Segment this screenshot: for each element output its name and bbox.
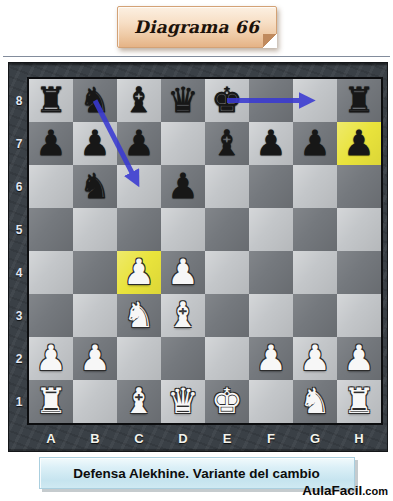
rank-label-4: 4 bbox=[9, 251, 29, 294]
rank-label-8: 8 bbox=[9, 79, 29, 122]
piece-black-pawn[interactable]: ♟ bbox=[299, 122, 330, 165]
square-e6[interactable] bbox=[205, 165, 249, 208]
piece-white-bishop[interactable]: ♝ bbox=[167, 294, 198, 337]
square-a4[interactable] bbox=[29, 251, 73, 294]
square-h3[interactable] bbox=[337, 294, 381, 337]
piece-white-queen[interactable]: ♛ bbox=[167, 380, 198, 423]
squares: ♜♞♝♛♚♜♟♟♟♝♟♟♟♞♟♟♟♞♝♟♟♟♟♟♜♝♛♚♞♜ bbox=[29, 79, 381, 423]
piece-black-king[interactable]: ♚ bbox=[211, 79, 242, 122]
square-g2[interactable]: ♟ bbox=[293, 337, 337, 380]
file-label-a: A bbox=[29, 425, 73, 451]
piece-black-pawn[interactable]: ♟ bbox=[35, 122, 66, 165]
square-b6[interactable]: ♞ bbox=[73, 165, 117, 208]
square-a3[interactable] bbox=[29, 294, 73, 337]
rank-label-3: 3 bbox=[9, 294, 29, 337]
square-c5[interactable] bbox=[117, 208, 161, 251]
square-c8[interactable]: ♝ bbox=[117, 79, 161, 122]
square-h6[interactable] bbox=[337, 165, 381, 208]
square-d8[interactable]: ♛ bbox=[161, 79, 205, 122]
piece-white-pawn[interactable]: ♟ bbox=[255, 337, 286, 380]
piece-black-pawn[interactable]: ♟ bbox=[255, 122, 286, 165]
rank-label-1: 1 bbox=[9, 380, 29, 423]
file-label-h: H bbox=[337, 425, 381, 451]
file-label-d: D bbox=[161, 425, 205, 451]
square-c1[interactable]: ♝ bbox=[117, 380, 161, 423]
square-h8[interactable]: ♜ bbox=[337, 79, 381, 122]
square-b4[interactable] bbox=[73, 251, 117, 294]
piece-black-queen[interactable]: ♛ bbox=[167, 79, 198, 122]
square-e7[interactable]: ♝ bbox=[205, 122, 249, 165]
rank-label-5: 5 bbox=[9, 208, 29, 251]
square-f7[interactable]: ♟ bbox=[249, 122, 293, 165]
piece-white-pawn[interactable]: ♟ bbox=[79, 337, 110, 380]
piece-white-king[interactable]: ♚ bbox=[211, 380, 242, 423]
piece-black-bishop[interactable]: ♝ bbox=[211, 122, 242, 165]
square-h7[interactable]: ♟ bbox=[337, 122, 381, 165]
square-d5[interactable] bbox=[161, 208, 205, 251]
piece-white-pawn[interactable]: ♟ bbox=[343, 337, 374, 380]
file-label-c: C bbox=[117, 425, 161, 451]
brand-suffix: .com bbox=[362, 485, 388, 497]
squares-border: ♜♞♝♛♚♜♟♟♟♝♟♟♟♞♟♟♟♞♝♟♟♟♟♟♜♝♛♚♞♜ bbox=[27, 77, 383, 425]
square-h1[interactable]: ♜ bbox=[337, 380, 381, 423]
square-g5[interactable] bbox=[293, 208, 337, 251]
square-d3[interactable]: ♝ bbox=[161, 294, 205, 337]
piece-white-bishop[interactable]: ♝ bbox=[123, 380, 154, 423]
square-a1[interactable]: ♜ bbox=[29, 380, 73, 423]
piece-white-pawn[interactable]: ♟ bbox=[35, 337, 66, 380]
site-brand: AulaFacil.com bbox=[302, 481, 388, 499]
square-d4[interactable]: ♟ bbox=[161, 251, 205, 294]
square-c2[interactable] bbox=[117, 337, 161, 380]
square-c3[interactable]: ♞ bbox=[117, 294, 161, 337]
square-a2[interactable]: ♟ bbox=[29, 337, 73, 380]
piece-white-pawn[interactable]: ♟ bbox=[167, 251, 198, 294]
square-c6[interactable] bbox=[117, 165, 161, 208]
square-a6[interactable] bbox=[29, 165, 73, 208]
square-e4[interactable] bbox=[205, 251, 249, 294]
divider-line bbox=[3, 56, 390, 57]
square-h2[interactable]: ♟ bbox=[337, 337, 381, 380]
square-b3[interactable] bbox=[73, 294, 117, 337]
square-e3[interactable] bbox=[205, 294, 249, 337]
square-g6[interactable] bbox=[293, 165, 337, 208]
piece-black-pawn[interactable]: ♟ bbox=[79, 122, 110, 165]
piece-white-rook[interactable]: ♜ bbox=[343, 380, 374, 423]
chess-board: 87654321 ♜♞♝♛♚♜♟♟♟♝♟♟♟♞♟♟♟♞♝♟♟♟♟♟♜♝♛♚♞♜ … bbox=[8, 62, 388, 452]
square-d7[interactable] bbox=[161, 122, 205, 165]
square-d1[interactable]: ♛ bbox=[161, 380, 205, 423]
rank-label-6: 6 bbox=[9, 165, 29, 208]
square-g3[interactable] bbox=[293, 294, 337, 337]
file-label-e: E bbox=[205, 425, 249, 451]
file-labels: ABCDEFGH bbox=[29, 425, 381, 451]
square-g1[interactable]: ♞ bbox=[293, 380, 337, 423]
square-f8[interactable] bbox=[249, 79, 293, 122]
piece-black-knight[interactable]: ♞ bbox=[79, 165, 110, 208]
caption-text: Defensa Alekhine. Variante del cambio bbox=[73, 466, 319, 481]
square-f6[interactable] bbox=[249, 165, 293, 208]
square-e8[interactable]: ♚ bbox=[205, 79, 249, 122]
diagram-title: Diagrama 66 bbox=[134, 17, 259, 37]
file-label-b: B bbox=[73, 425, 117, 451]
piece-white-pawn[interactable]: ♟ bbox=[299, 337, 330, 380]
square-e2[interactable] bbox=[205, 337, 249, 380]
file-label-g: G bbox=[293, 425, 337, 451]
square-b5[interactable] bbox=[73, 208, 117, 251]
square-g7[interactable]: ♟ bbox=[293, 122, 337, 165]
diagram-title-plaque: Diagrama 66 bbox=[117, 6, 277, 48]
square-g8[interactable] bbox=[293, 79, 337, 122]
file-label-f: F bbox=[249, 425, 293, 451]
piece-black-bishop[interactable]: ♝ bbox=[123, 79, 154, 122]
piece-black-pawn[interactable]: ♟ bbox=[167, 165, 198, 208]
brand-name: AulaFacil bbox=[302, 483, 362, 498]
square-d6[interactable]: ♟ bbox=[161, 165, 205, 208]
square-b1[interactable] bbox=[73, 380, 117, 423]
square-f2[interactable]: ♟ bbox=[249, 337, 293, 380]
square-b7[interactable]: ♟ bbox=[73, 122, 117, 165]
piece-black-knight[interactable]: ♞ bbox=[79, 79, 110, 122]
square-a7[interactable]: ♟ bbox=[29, 122, 73, 165]
piece-white-knight[interactable]: ♞ bbox=[123, 294, 154, 337]
piece-black-pawn[interactable]: ♟ bbox=[123, 122, 154, 165]
square-f3[interactable] bbox=[249, 294, 293, 337]
piece-black-rook[interactable]: ♜ bbox=[343, 79, 374, 122]
square-f4[interactable] bbox=[249, 251, 293, 294]
rank-labels: 87654321 bbox=[9, 79, 29, 423]
square-f5[interactable] bbox=[249, 208, 293, 251]
square-b8[interactable]: ♞ bbox=[73, 79, 117, 122]
piece-white-rook[interactable]: ♜ bbox=[35, 380, 66, 423]
rank-label-2: 2 bbox=[9, 337, 29, 380]
square-a8[interactable]: ♜ bbox=[29, 79, 73, 122]
square-d2[interactable] bbox=[161, 337, 205, 380]
square-c7[interactable]: ♟ bbox=[117, 122, 161, 165]
square-e1[interactable]: ♚ bbox=[205, 380, 249, 423]
square-a5[interactable] bbox=[29, 208, 73, 251]
square-e5[interactable] bbox=[205, 208, 249, 251]
piece-white-knight[interactable]: ♞ bbox=[299, 380, 330, 423]
piece-white-pawn[interactable]: ♟ bbox=[123, 251, 154, 294]
piece-black-rook[interactable]: ♜ bbox=[35, 79, 66, 122]
square-b2[interactable]: ♟ bbox=[73, 337, 117, 380]
piece-black-pawn[interactable]: ♟ bbox=[343, 122, 374, 165]
square-h5[interactable] bbox=[337, 208, 381, 251]
square-g4[interactable] bbox=[293, 251, 337, 294]
square-h4[interactable] bbox=[337, 251, 381, 294]
square-c4[interactable]: ♟ bbox=[117, 251, 161, 294]
square-f1[interactable] bbox=[249, 380, 293, 423]
rank-label-7: 7 bbox=[9, 122, 29, 165]
